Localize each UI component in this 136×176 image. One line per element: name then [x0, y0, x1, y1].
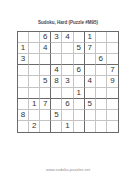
cell-r3c7	[85, 54, 96, 65]
cell-r8c3	[40, 110, 51, 121]
cell-r6c1	[18, 88, 29, 99]
cell-r2c3: 4	[40, 43, 51, 54]
cell-r9c3	[40, 121, 51, 132]
cell-r3c9	[107, 54, 118, 65]
cell-r5c8	[96, 76, 107, 87]
cell-r2c5	[62, 43, 73, 54]
cell-r3c1: 3	[18, 54, 29, 65]
cell-r8c7	[85, 110, 96, 121]
cell-r6c2	[29, 88, 40, 99]
cell-r9c2: 2	[29, 121, 40, 132]
cell-r6c6: 1	[74, 88, 85, 99]
cell-r3c2	[29, 54, 40, 65]
cell-r6c7	[85, 88, 96, 99]
cell-r3c3	[40, 54, 51, 65]
cell-r7c7: 5	[85, 99, 96, 110]
cell-r5c1	[18, 76, 29, 87]
cell-r8c5	[62, 110, 73, 121]
cell-r5c2	[29, 76, 40, 87]
cell-r8c9	[107, 110, 118, 121]
cell-r6c5	[62, 88, 73, 99]
cell-r7c1	[18, 99, 29, 110]
page-title-text: Sudoku, Hard (Puzzle #M95)	[38, 20, 98, 25]
cell-r4c3	[40, 65, 51, 76]
cell-r1c9	[107, 32, 118, 43]
cell-r1c7: 1	[85, 32, 96, 43]
cell-r8c1: 8	[18, 110, 29, 121]
cell-r1c2	[29, 32, 40, 43]
cell-r2c9	[107, 43, 118, 54]
cell-r2c4	[51, 43, 62, 54]
cell-r4c6: 6	[74, 65, 85, 76]
cell-r5c3: 5	[40, 76, 51, 87]
cell-r7c8	[96, 99, 107, 110]
cell-r5c9: 9	[107, 76, 118, 87]
cell-r7c2: 1	[29, 99, 40, 110]
cell-r4c9: 7	[107, 65, 118, 76]
sudoku-grid: 634114573646758349117658521	[17, 31, 119, 133]
cell-r3c6	[74, 54, 85, 65]
cell-r5c5: 3	[62, 76, 73, 87]
cell-r8c8	[96, 110, 107, 121]
cell-r7c5: 6	[62, 99, 73, 110]
cell-r1c8	[96, 32, 107, 43]
cell-r3c5	[62, 54, 73, 65]
cell-r6c4	[51, 88, 62, 99]
cell-r1c1	[18, 32, 29, 43]
cell-r9c8	[96, 121, 107, 132]
page-title: Sudoku, Hard (Puzzle #M95)	[0, 13, 136, 31]
cell-r5c6	[74, 76, 85, 87]
cell-r6c9	[107, 88, 118, 99]
cell-r7c4	[51, 99, 62, 110]
cell-r9c6	[74, 121, 85, 132]
cell-r9c9	[107, 121, 118, 132]
cell-r4c4: 4	[51, 65, 62, 76]
cell-r9c5: 1	[62, 121, 73, 132]
cell-r4c8	[96, 65, 107, 76]
cell-r2c8	[96, 43, 107, 54]
cell-r7c9	[107, 99, 118, 110]
cell-r1c5: 4	[62, 32, 73, 43]
cell-r2c2	[29, 43, 40, 54]
cell-r4c7	[85, 65, 96, 76]
cell-r4c5	[62, 65, 73, 76]
cell-r2c6: 5	[74, 43, 85, 54]
cell-r9c7	[85, 121, 96, 132]
cell-r3c8: 6	[96, 54, 107, 65]
cell-r6c8	[96, 88, 107, 99]
cell-r4c2	[29, 65, 40, 76]
cell-r1c6	[74, 32, 85, 43]
cell-r2c1: 1	[18, 43, 29, 54]
footer-url-text: www.sudoku-puzzles.net	[46, 168, 90, 172]
cell-r3c4	[51, 54, 62, 65]
cell-r4c1	[18, 65, 29, 76]
sudoku-page: Sudoku, Hard (Puzzle #M95) 6341145736467…	[0, 0, 136, 176]
cell-r6c3	[40, 88, 51, 99]
cell-r8c2	[29, 110, 40, 121]
cell-r7c6	[74, 99, 85, 110]
cell-r9c1	[18, 121, 29, 132]
cell-r7c3: 7	[40, 99, 51, 110]
cell-r1c3: 6	[40, 32, 51, 43]
cell-r9c4	[51, 121, 62, 132]
cell-r5c4: 8	[51, 76, 62, 87]
cell-r8c4: 5	[51, 110, 62, 121]
cell-r2c7: 7	[85, 43, 96, 54]
cell-r8c6	[74, 110, 85, 121]
cell-r1c4: 3	[51, 32, 62, 43]
footer: www.sudoku-puzzles.net	[0, 160, 136, 176]
cell-r5c7: 4	[85, 76, 96, 87]
